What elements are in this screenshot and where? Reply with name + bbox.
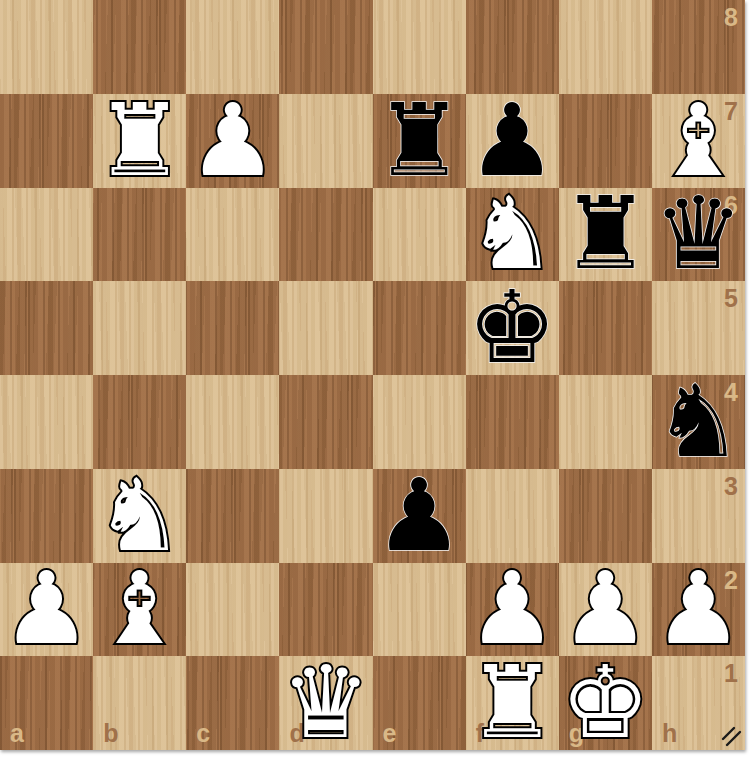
square-e4[interactable] [373,375,466,469]
file-label-e: e [383,721,397,746]
piece-black-knight-h4[interactable]: ♞ [654,375,744,469]
square-e3[interactable]: ♟ [373,469,466,563]
square-b2[interactable]: ♝ [93,563,186,657]
square-f5[interactable]: ♚ [466,281,559,375]
piece-white-king-g1[interactable]: ♚ [560,656,650,750]
file-label-a: a [10,721,24,746]
square-h2[interactable]: 2♟ [652,563,745,657]
square-a4[interactable] [0,375,93,469]
square-g5[interactable] [559,281,652,375]
piece-white-pawn-a2[interactable]: ♟ [2,563,92,657]
square-c1[interactable]: c [186,656,279,750]
square-h3[interactable]: 3 [652,469,745,563]
piece-white-pawn-c7[interactable]: ♟ [188,94,278,188]
piece-white-knight-b3[interactable]: ♞ [95,469,185,563]
square-b8[interactable] [93,0,186,94]
square-h1[interactable]: h1 [652,656,745,750]
square-h8[interactable]: 8 [652,0,745,94]
square-d3[interactable] [279,469,372,563]
square-c4[interactable] [186,375,279,469]
square-a3[interactable] [0,469,93,563]
square-g1[interactable]: g♚ [559,656,652,750]
square-e5[interactable] [373,281,466,375]
file-label-h: h [662,721,677,746]
square-e1[interactable]: e [373,656,466,750]
square-b5[interactable] [93,281,186,375]
square-b6[interactable] [93,188,186,282]
square-a2[interactable]: ♟ [0,563,93,657]
square-d8[interactable] [279,0,372,94]
rank-label-1: 1 [724,661,738,686]
square-g4[interactable] [559,375,652,469]
square-c8[interactable] [186,0,279,94]
square-e2[interactable] [373,563,466,657]
piece-black-rook-e7[interactable]: ♜ [374,94,464,188]
piece-white-rook-f1[interactable]: ♜ [467,656,557,750]
square-e7[interactable]: ♜ [373,94,466,188]
piece-white-rook-b7[interactable]: ♜ [95,94,185,188]
piece-black-pawn-e3[interactable]: ♟ [374,469,464,563]
square-c6[interactable] [186,188,279,282]
square-d1[interactable]: d♛ [279,656,372,750]
piece-black-king-f5[interactable]: ♚ [467,281,557,375]
square-g8[interactable] [559,0,652,94]
file-label-b: b [103,721,118,746]
square-h5[interactable]: 5 [652,281,745,375]
resize-handle-icon[interactable] [720,725,742,747]
square-d6[interactable] [279,188,372,282]
square-f4[interactable] [466,375,559,469]
square-g3[interactable] [559,469,652,563]
file-label-c: c [196,721,210,746]
square-f6[interactable]: ♞ [466,188,559,282]
rank-label-8: 8 [724,5,738,30]
square-c3[interactable] [186,469,279,563]
square-h6[interactable]: 6♛ [652,188,745,282]
piece-black-rook-g6[interactable]: ♜ [560,188,650,282]
square-a6[interactable] [0,188,93,282]
square-e6[interactable] [373,188,466,282]
rank-label-3: 3 [724,474,738,499]
square-a7[interactable] [0,94,93,188]
square-f1[interactable]: f♜ [466,656,559,750]
square-a5[interactable] [0,281,93,375]
chess-board: 8♜♟♜♟7♝♞♜6♛♚54♞♞♟3♟♝♟♟2♟abcd♛ef♜g♚h1 [0,0,745,750]
piece-white-pawn-g2[interactable]: ♟ [560,563,650,657]
square-f7[interactable]: ♟ [466,94,559,188]
square-g6[interactable]: ♜ [559,188,652,282]
square-d5[interactable] [279,281,372,375]
square-b1[interactable]: b [93,656,186,750]
square-c5[interactable] [186,281,279,375]
square-c2[interactable] [186,563,279,657]
rank-label-5: 5 [724,286,738,311]
piece-black-queen-h6[interactable]: ♛ [654,188,744,282]
piece-white-pawn-f2[interactable]: ♟ [467,563,557,657]
square-d7[interactable] [279,94,372,188]
piece-white-bishop-b2[interactable]: ♝ [95,563,185,657]
piece-white-pawn-h2[interactable]: ♟ [654,563,744,657]
square-h4[interactable]: 4♞ [652,375,745,469]
square-a1[interactable]: a [0,656,93,750]
square-d2[interactable] [279,563,372,657]
square-f8[interactable] [466,0,559,94]
square-d4[interactable] [279,375,372,469]
square-e8[interactable] [373,0,466,94]
piece-white-knight-f6[interactable]: ♞ [467,188,557,282]
piece-black-pawn-f7[interactable]: ♟ [467,94,557,188]
square-b7[interactable]: ♜ [93,94,186,188]
square-a8[interactable] [0,0,93,94]
square-b3[interactable]: ♞ [93,469,186,563]
piece-white-bishop-h7[interactable]: ♝ [654,94,744,188]
square-f2[interactable]: ♟ [466,563,559,657]
square-c7[interactable]: ♟ [186,94,279,188]
square-f3[interactable] [466,469,559,563]
square-b4[interactable] [93,375,186,469]
square-g7[interactable] [559,94,652,188]
square-h7[interactable]: 7♝ [652,94,745,188]
square-g2[interactable]: ♟ [559,563,652,657]
piece-white-queen-d1[interactable]: ♛ [281,656,371,750]
